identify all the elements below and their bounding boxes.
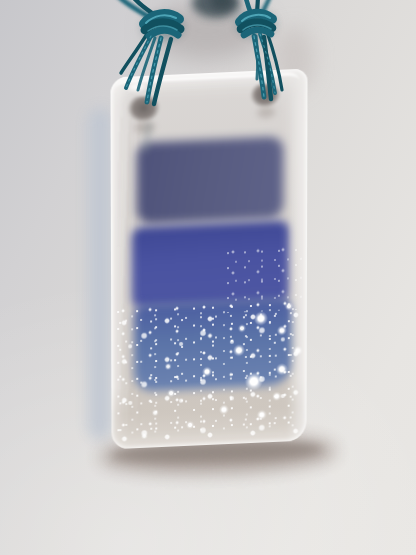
photo-background — [0, 0, 416, 555]
necklace-cord — [0, 0, 416, 555]
cord-left-group — [116, 0, 184, 104]
cord-right-group — [236, 0, 282, 99]
